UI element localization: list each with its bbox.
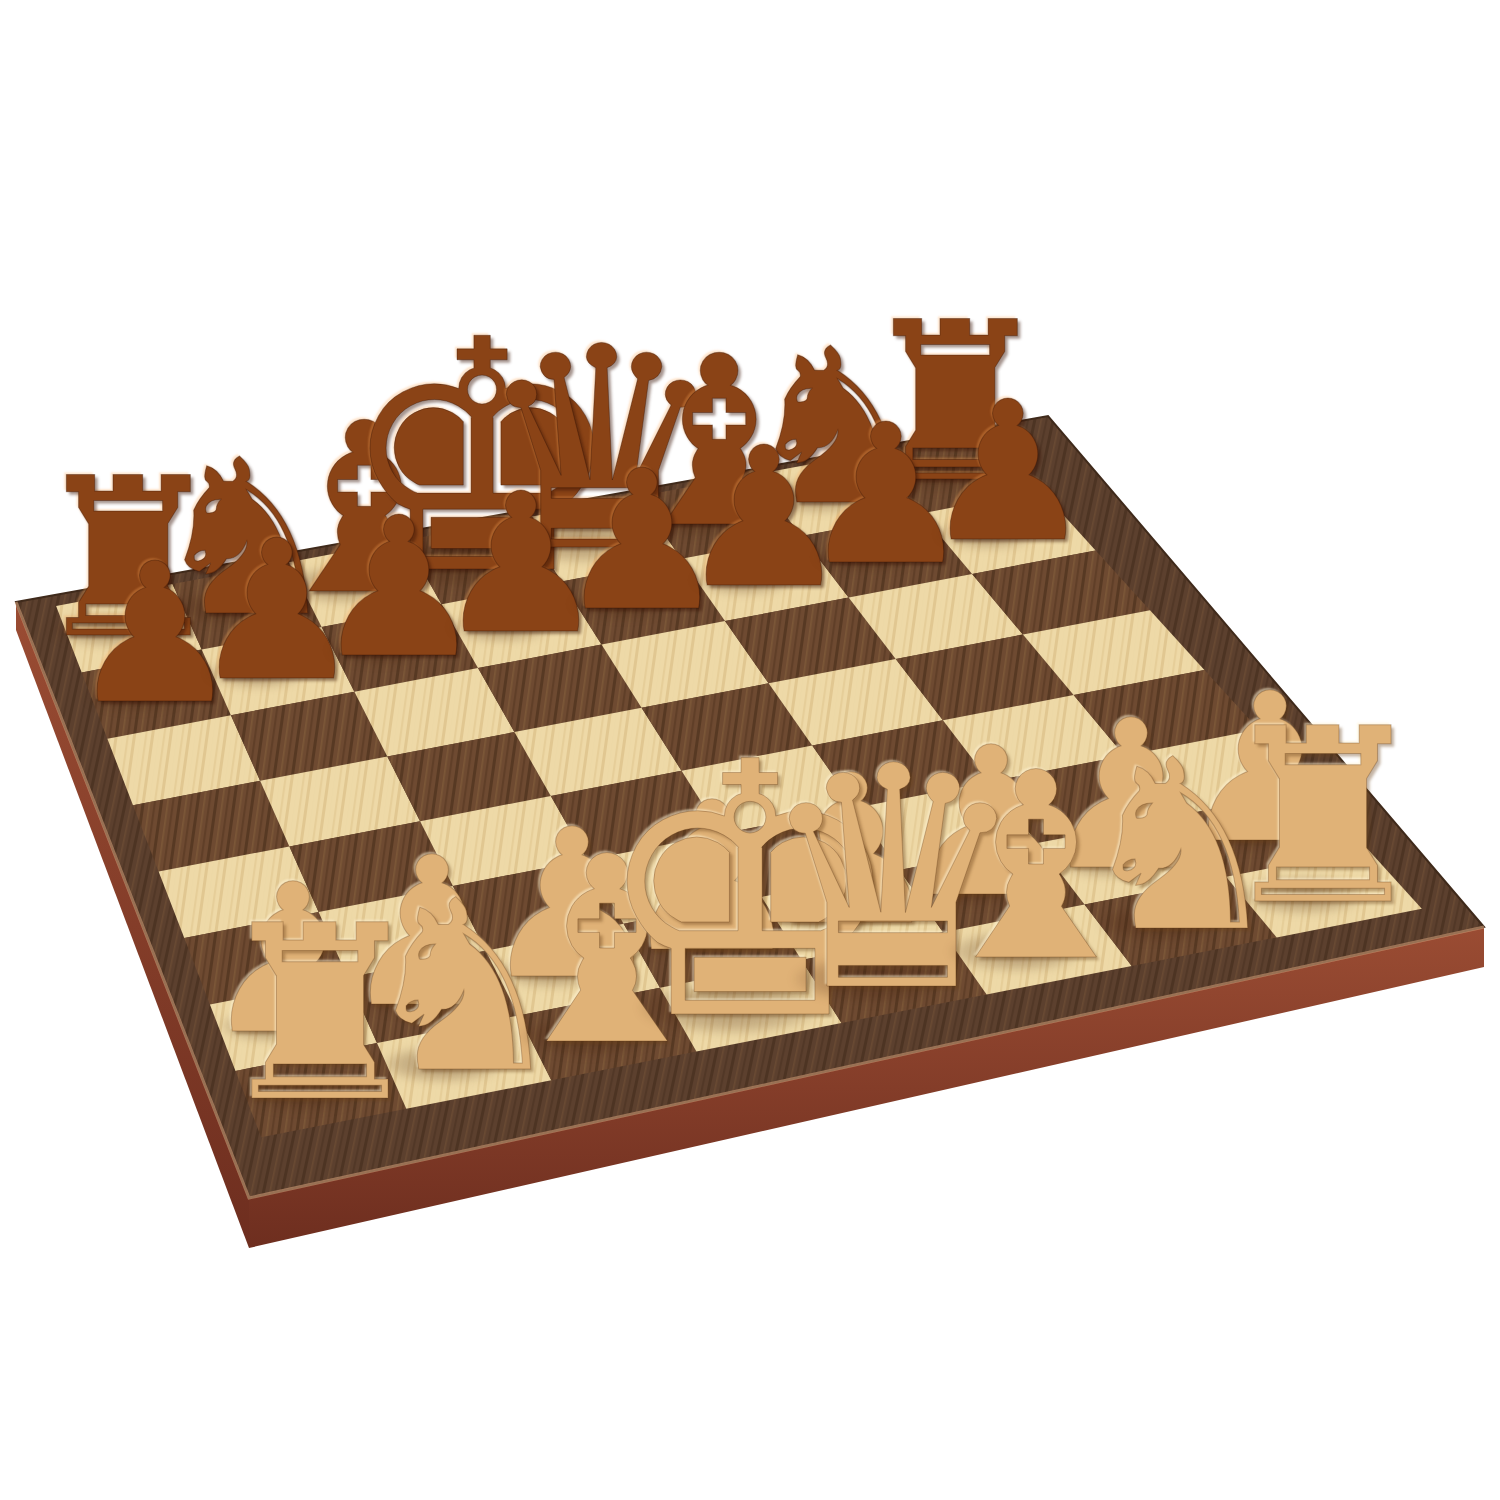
chess-board (0, 0, 1500, 1500)
product-photo: ♜♞♝♚♛♝♞♜♟♟♟♟♟♟♟♟♟♟♟♟♟♟♟♟♜♞♝♚♛♝♞♜ (0, 0, 1500, 1500)
